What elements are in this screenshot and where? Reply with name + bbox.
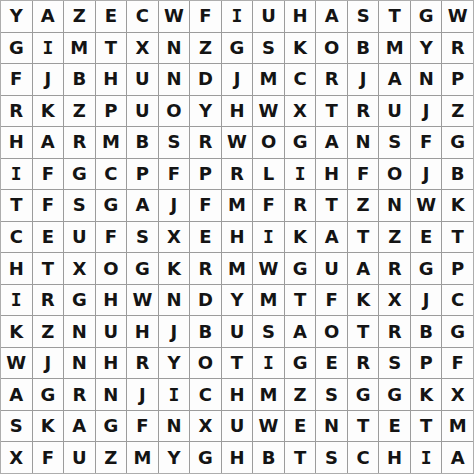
- grid-cell[interactable]: L: [253, 159, 284, 190]
- grid-cell[interactable]: K: [33, 96, 64, 127]
- grid-cell[interactable]: A: [64, 411, 95, 442]
- grid-cell[interactable]: B: [64, 64, 95, 95]
- grid-cell[interactable]: F: [442, 348, 473, 379]
- grid-cell[interactable]: O: [379, 159, 410, 190]
- grid-cell[interactable]: F: [190, 190, 221, 221]
- grid-cell[interactable]: J: [159, 190, 190, 221]
- grid-cell[interactable]: Z: [64, 1, 95, 32]
- grid-cell[interactable]: B: [253, 442, 284, 473]
- grid-cell[interactable]: Z: [33, 316, 64, 347]
- grid-cell[interactable]: J: [127, 379, 158, 410]
- grid-cell[interactable]: R: [64, 127, 95, 158]
- grid-cell[interactable]: B: [127, 127, 158, 158]
- grid-cell[interactable]: G: [348, 379, 379, 410]
- grid-cell[interactable]: S: [316, 379, 347, 410]
- grid-cell[interactable]: W: [411, 190, 442, 221]
- grid-cell[interactable]: U: [96, 316, 127, 347]
- grid-cell[interactable]: O: [253, 127, 284, 158]
- grid-cell[interactable]: D: [190, 285, 221, 316]
- grid-cell[interactable]: U: [64, 442, 95, 473]
- grid-cell[interactable]: M: [222, 190, 253, 221]
- grid-cell[interactable]: G: [96, 411, 127, 442]
- grid-cell[interactable]: H: [222, 442, 253, 473]
- grid-cell[interactable]: M: [64, 33, 95, 64]
- grid-cell[interactable]: Z: [348, 190, 379, 221]
- grid-cell[interactable]: J: [411, 159, 442, 190]
- grid-cell[interactable]: R: [442, 33, 473, 64]
- grid-cell[interactable]: W: [442, 1, 473, 32]
- grid-cell[interactable]: G: [285, 253, 316, 284]
- grid-cell[interactable]: H: [222, 222, 253, 253]
- grid-cell[interactable]: H: [316, 159, 347, 190]
- grid-cell[interactable]: U: [379, 96, 410, 127]
- grid-cell[interactable]: U: [127, 64, 158, 95]
- grid-cell[interactable]: A: [285, 316, 316, 347]
- grid-cell[interactable]: Y: [411, 33, 442, 64]
- grid-cell[interactable]: R: [379, 316, 410, 347]
- grid-cell[interactable]: S: [379, 348, 410, 379]
- grid-cell[interactable]: A: [1, 379, 32, 410]
- grid-cell[interactable]: N: [379, 190, 410, 221]
- grid-cell[interactable]: F: [96, 222, 127, 253]
- grid-cell[interactable]: R: [316, 64, 347, 95]
- grid-cell[interactable]: C: [1, 222, 32, 253]
- grid-cell[interactable]: E: [316, 348, 347, 379]
- grid-cell[interactable]: A: [33, 127, 64, 158]
- grid-cell[interactable]: M: [222, 253, 253, 284]
- grid-cell[interactable]: G: [190, 442, 221, 473]
- grid-cell[interactable]: U: [64, 222, 95, 253]
- grid-cell[interactable]: S: [316, 442, 347, 473]
- grid-cell[interactable]: J: [411, 96, 442, 127]
- grid-cell[interactable]: I: [411, 442, 442, 473]
- grid-cell[interactable]: E: [285, 411, 316, 442]
- grid-cell[interactable]: I: [285, 159, 316, 190]
- grid-cell[interactable]: R: [190, 253, 221, 284]
- grid-cell[interactable]: T: [411, 411, 442, 442]
- grid-cell[interactable]: G: [64, 285, 95, 316]
- grid-cell[interactable]: O: [96, 253, 127, 284]
- grid-cell[interactable]: N: [96, 379, 127, 410]
- grid-cell[interactable]: E: [96, 1, 127, 32]
- grid-cell[interactable]: R: [190, 127, 221, 158]
- grid-cell[interactable]: A: [127, 190, 158, 221]
- grid-cell[interactable]: M: [253, 285, 284, 316]
- grid-cell[interactable]: T: [442, 222, 473, 253]
- grid-cell[interactable]: H: [96, 64, 127, 95]
- grid-cell[interactable]: N: [64, 348, 95, 379]
- grid-cell[interactable]: N: [159, 33, 190, 64]
- grid-cell[interactable]: C: [442, 285, 473, 316]
- grid-cell[interactable]: A: [316, 222, 347, 253]
- grid-cell[interactable]: O: [316, 33, 347, 64]
- grid-cell[interactable]: J: [222, 64, 253, 95]
- grid-cell[interactable]: Z: [379, 222, 410, 253]
- grid-cell[interactable]: T: [316, 96, 347, 127]
- grid-cell[interactable]: U: [127, 96, 158, 127]
- grid-cell[interactable]: J: [348, 64, 379, 95]
- grid-cell[interactable]: M: [379, 33, 410, 64]
- grid-cell[interactable]: A: [442, 442, 473, 473]
- grid-cell[interactable]: Y: [222, 285, 253, 316]
- grid-cell[interactable]: M: [96, 127, 127, 158]
- grid-cell[interactable]: W: [253, 253, 284, 284]
- grid-cell[interactable]: O: [190, 348, 221, 379]
- grid-cell[interactable]: S: [159, 127, 190, 158]
- grid-cell[interactable]: C: [127, 1, 158, 32]
- grid-cell[interactable]: H: [96, 348, 127, 379]
- grid-cell[interactable]: T: [285, 285, 316, 316]
- grid-cell[interactable]: A: [316, 1, 347, 32]
- grid-cell[interactable]: G: [96, 190, 127, 221]
- grid-cell[interactable]: G: [442, 127, 473, 158]
- grid-cell[interactable]: N: [348, 127, 379, 158]
- grid-cell[interactable]: X: [127, 33, 158, 64]
- grid-cell[interactable]: F: [33, 190, 64, 221]
- grid-cell[interactable]: A: [316, 127, 347, 158]
- grid-cell[interactable]: Z: [285, 379, 316, 410]
- grid-cell[interactable]: T: [348, 222, 379, 253]
- grid-cell[interactable]: G: [222, 33, 253, 64]
- grid-cell[interactable]: G: [411, 1, 442, 32]
- grid-cell[interactable]: G: [1, 33, 32, 64]
- grid-cell[interactable]: N: [159, 285, 190, 316]
- grid-cell[interactable]: R: [33, 285, 64, 316]
- grid-cell[interactable]: N: [159, 64, 190, 95]
- grid-cell[interactable]: A: [348, 253, 379, 284]
- grid-cell[interactable]: Z: [64, 96, 95, 127]
- grid-cell[interactable]: I: [33, 33, 64, 64]
- grid-cell[interactable]: F: [33, 442, 64, 473]
- grid-cell[interactable]: T: [285, 442, 316, 473]
- grid-cell[interactable]: S: [127, 222, 158, 253]
- grid-cell[interactable]: H: [222, 96, 253, 127]
- grid-cell[interactable]: X: [159, 222, 190, 253]
- grid-cell[interactable]: H: [379, 442, 410, 473]
- grid-cell[interactable]: D: [190, 64, 221, 95]
- grid-cell[interactable]: O: [159, 96, 190, 127]
- grid-cell[interactable]: B: [442, 159, 473, 190]
- grid-cell[interactable]: C: [190, 379, 221, 410]
- grid-cell[interactable]: T: [348, 316, 379, 347]
- grid-cell[interactable]: N: [411, 64, 442, 95]
- grid-cell[interactable]: N: [64, 316, 95, 347]
- grid-cell[interactable]: Z: [442, 96, 473, 127]
- grid-cell[interactable]: G: [379, 379, 410, 410]
- grid-cell[interactable]: F: [159, 159, 190, 190]
- grid-cell[interactable]: K: [33, 411, 64, 442]
- grid-cell[interactable]: W: [127, 285, 158, 316]
- grid-cell[interactable]: S: [253, 316, 284, 347]
- grid-cell[interactable]: N: [316, 411, 347, 442]
- grid-cell[interactable]: Z: [190, 33, 221, 64]
- grid-cell[interactable]: R: [127, 348, 158, 379]
- grid-cell[interactable]: E: [411, 222, 442, 253]
- grid-cell[interactable]: J: [33, 64, 64, 95]
- grid-cell[interactable]: U: [222, 316, 253, 347]
- grid-cell[interactable]: K: [411, 379, 442, 410]
- grid-cell[interactable]: K: [348, 285, 379, 316]
- grid-cell[interactable]: Z: [96, 442, 127, 473]
- grid-cell[interactable]: Y: [1, 1, 32, 32]
- grid-cell[interactable]: R: [348, 96, 379, 127]
- grid-cell[interactable]: I: [222, 1, 253, 32]
- grid-cell[interactable]: T: [33, 253, 64, 284]
- grid-cell[interactable]: X: [64, 253, 95, 284]
- grid-cell[interactable]: W: [159, 1, 190, 32]
- grid-cell[interactable]: X: [1, 442, 32, 473]
- grid-cell[interactable]: M: [253, 64, 284, 95]
- grid-cell[interactable]: R: [285, 190, 316, 221]
- grid-cell[interactable]: C: [96, 159, 127, 190]
- grid-cell[interactable]: M: [442, 411, 473, 442]
- grid-cell[interactable]: F: [411, 127, 442, 158]
- grid-cell[interactable]: I: [1, 285, 32, 316]
- grid-cell[interactable]: F: [253, 190, 284, 221]
- grid-cell[interactable]: T: [96, 33, 127, 64]
- grid-cell[interactable]: J: [33, 348, 64, 379]
- grid-cell[interactable]: X: [190, 411, 221, 442]
- grid-cell[interactable]: W: [253, 96, 284, 127]
- grid-cell[interactable]: G: [33, 379, 64, 410]
- grid-cell[interactable]: P: [127, 159, 158, 190]
- grid-cell[interactable]: T: [316, 190, 347, 221]
- grid-cell[interactable]: W: [222, 127, 253, 158]
- grid-cell[interactable]: H: [1, 127, 32, 158]
- grid-cell[interactable]: F: [1, 64, 32, 95]
- grid-cell[interactable]: S: [348, 1, 379, 32]
- grid-cell[interactable]: H: [285, 1, 316, 32]
- grid-cell[interactable]: M: [127, 442, 158, 473]
- grid-cell[interactable]: K: [285, 222, 316, 253]
- grid-cell[interactable]: E: [190, 222, 221, 253]
- grid-cell[interactable]: E: [33, 222, 64, 253]
- grid-cell[interactable]: W: [253, 411, 284, 442]
- grid-cell[interactable]: R: [379, 253, 410, 284]
- grid-cell[interactable]: C: [348, 442, 379, 473]
- grid-cell[interactable]: F: [348, 159, 379, 190]
- grid-cell[interactable]: B: [411, 316, 442, 347]
- grid-cell[interactable]: P: [190, 159, 221, 190]
- grid-cell[interactable]: K: [1, 316, 32, 347]
- grid-cell[interactable]: G: [411, 253, 442, 284]
- grid-cell[interactable]: I: [253, 222, 284, 253]
- grid-cell[interactable]: I: [1, 159, 32, 190]
- grid-cell[interactable]: C: [285, 64, 316, 95]
- grid-cell[interactable]: F: [316, 285, 347, 316]
- grid-cell[interactable]: B: [348, 33, 379, 64]
- grid-cell[interactable]: J: [159, 316, 190, 347]
- grid-cell[interactable]: I: [253, 348, 284, 379]
- grid-cell[interactable]: Y: [159, 348, 190, 379]
- grid-cell[interactable]: U: [316, 253, 347, 284]
- grid-cell[interactable]: B: [190, 316, 221, 347]
- grid-cell[interactable]: W: [1, 348, 32, 379]
- grid-cell[interactable]: F: [127, 411, 158, 442]
- grid-cell[interactable]: K: [159, 253, 190, 284]
- grid-cell[interactable]: P: [411, 348, 442, 379]
- grid-cell[interactable]: G: [442, 316, 473, 347]
- grid-cell[interactable]: N: [159, 411, 190, 442]
- grid-cell[interactable]: P: [442, 64, 473, 95]
- grid-cell[interactable]: G: [127, 253, 158, 284]
- word-search-page: YAZECWFIUHASTGWGIMTXNZGSKOBMYRFJBHUNDJMC…: [0, 0, 474, 474]
- grid-cell[interactable]: G: [64, 159, 95, 190]
- grid-cell[interactable]: M: [253, 379, 284, 410]
- grid-cell[interactable]: T: [222, 348, 253, 379]
- grid-cell[interactable]: H: [127, 316, 158, 347]
- grid-cell[interactable]: T: [348, 411, 379, 442]
- grid-cell[interactable]: F: [33, 159, 64, 190]
- grid-cell[interactable]: A: [33, 1, 64, 32]
- grid-cell[interactable]: R: [64, 379, 95, 410]
- grid-cell[interactable]: P: [442, 253, 473, 284]
- grid-cell[interactable]: T: [379, 1, 410, 32]
- grid-cell[interactable]: R: [222, 159, 253, 190]
- grid-cell[interactable]: K: [285, 33, 316, 64]
- grid-cell[interactable]: S: [379, 127, 410, 158]
- grid-cell[interactable]: Y: [190, 96, 221, 127]
- grid-cell[interactable]: R: [1, 96, 32, 127]
- grid-cell[interactable]: S: [64, 190, 95, 221]
- grid-cell[interactable]: F: [190, 1, 221, 32]
- grid-cell[interactable]: J: [411, 285, 442, 316]
- grid-cell[interactable]: G: [285, 348, 316, 379]
- grid-cell[interactable]: T: [1, 190, 32, 221]
- grid-cell[interactable]: U: [253, 1, 284, 32]
- grid-cell[interactable]: X: [285, 96, 316, 127]
- grid-cell[interactable]: S: [253, 33, 284, 64]
- grid-cell[interactable]: U: [222, 411, 253, 442]
- grid-cell[interactable]: O: [316, 316, 347, 347]
- grid-cell[interactable]: H: [96, 285, 127, 316]
- grid-cell[interactable]: S: [1, 411, 32, 442]
- grid-cell[interactable]: Y: [159, 442, 190, 473]
- grid-cell[interactable]: H: [1, 253, 32, 284]
- grid-cell[interactable]: A: [379, 64, 410, 95]
- grid-cell[interactable]: K: [442, 190, 473, 221]
- grid-cell[interactable]: G: [285, 127, 316, 158]
- grid-cell[interactable]: X: [379, 285, 410, 316]
- grid-cell[interactable]: P: [96, 96, 127, 127]
- word-search-grid: YAZECWFIUHASTGWGIMTXNZGSKOBMYRFJBHUNDJMC…: [0, 0, 474, 474]
- grid-cell[interactable]: E: [379, 411, 410, 442]
- grid-cell[interactable]: H: [222, 379, 253, 410]
- grid-cell[interactable]: R: [348, 348, 379, 379]
- grid-cell[interactable]: X: [442, 379, 473, 410]
- grid-cell[interactable]: I: [159, 379, 190, 410]
